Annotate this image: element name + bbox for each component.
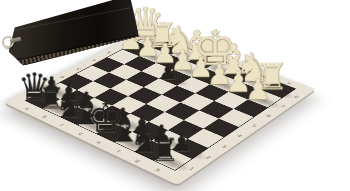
black-pawn-icon: ♟ [158,61,177,83]
rank-label-3: 3 [220,144,228,148]
file-label-a: a [23,107,31,111]
file-label-c: c [58,123,65,127]
file-label-h: h [154,168,162,173]
black-rook-icon: ♜ [150,134,178,166]
rank-label-5: 5 [251,124,258,128]
product-photo: ahbgcfdeedfcgbha8172635445362718 ♛♜♞♝♚♝♞… [0,0,350,191]
file-label-far-a: a [286,81,293,85]
file-label-e: e [95,140,103,144]
rank-label-4: 4 [236,134,244,138]
rank-label-6: 6 [265,114,272,118]
file-label-g: g [134,159,142,164]
file-label-b: b [41,115,49,119]
scene: ahbgcfdeedfcgbha8172635445362718 ♛♜♞♝♚♝♞… [0,0,350,191]
pieces-layer: ♛♜♞♝♚♝♞♜♟♟♟♟♟♟♟♟♟♟♟♟♟♟♟♟♛♜♞♝♚♝♞♜ [26,35,295,171]
ivory-pawn-icon: ♟ [245,75,271,104]
bag-seam [14,7,131,31]
file-label-f: f [115,150,122,154]
file-label-d: d [76,132,84,136]
